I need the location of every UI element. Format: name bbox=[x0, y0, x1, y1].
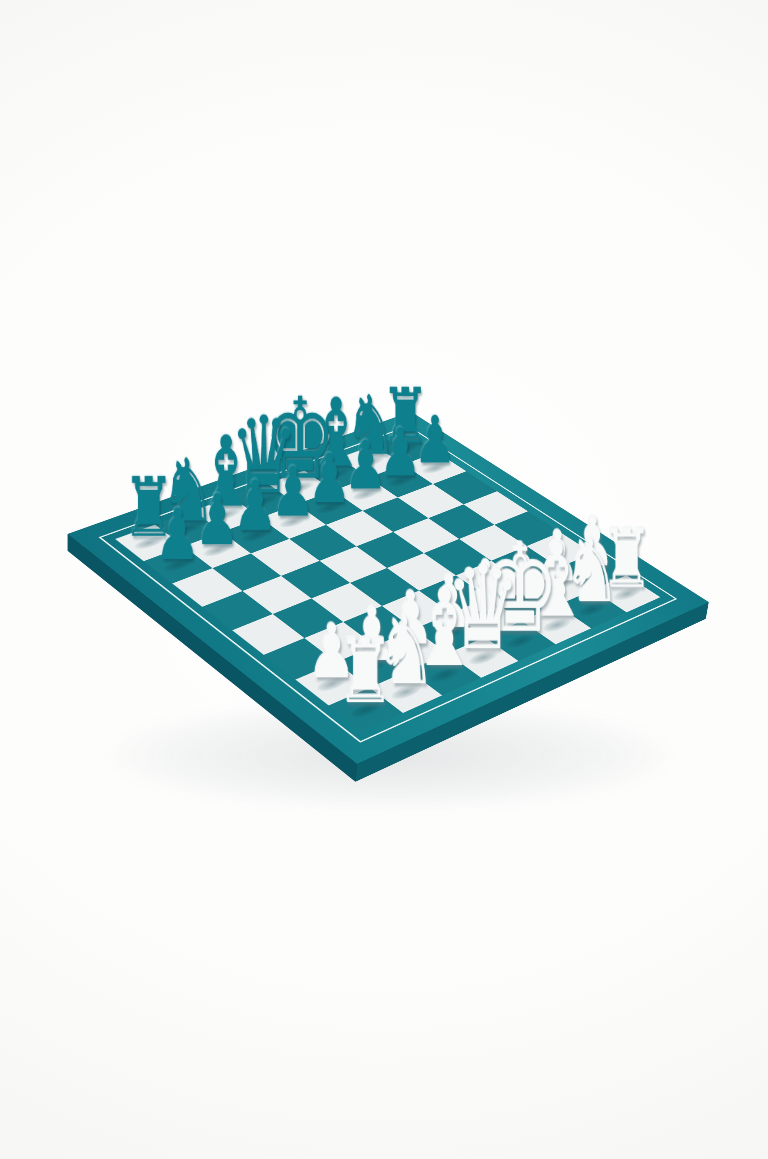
board-top-face: ♜♞♝♛♚♝♞♜♟♟♟♟♟♟♟♟♟♟♟♟♟♟♟♟♜♞♝♛♚♝♞♜ bbox=[68, 412, 709, 764]
white-rook-icon: ♜ bbox=[337, 626, 395, 716]
teal-pawn-icon: ♟ bbox=[155, 499, 201, 570]
teal-pawn-icon: ♟ bbox=[194, 485, 239, 555]
chessboard: ♜♞♝♛♚♝♞♜♟♟♟♟♟♟♟♟♟♟♟♟♟♟♟♟♜♞♝♛♚♝♞♜ bbox=[68, 412, 709, 764]
product-photo-stage: ♜♞♝♛♚♝♞♜♟♟♟♟♟♟♟♟♟♟♟♟♟♟♟♟♜♞♝♛♚♝♞♜ bbox=[0, 0, 768, 1159]
board-pieces: ♜♞♝♛♚♝♞♜♟♟♟♟♟♟♟♟♟♟♟♟♟♟♟♟♜♞♝♛♚♝♞♜ bbox=[115, 433, 660, 732]
